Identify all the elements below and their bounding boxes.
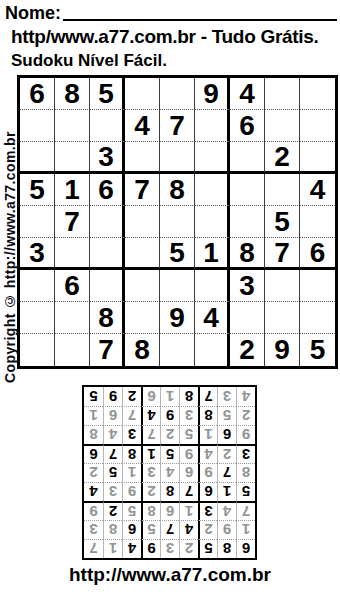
- solution-cell: 1: [141, 444, 160, 463]
- puzzle-cell: 4: [125, 110, 160, 142]
- puzzle-cell: 6: [90, 174, 125, 206]
- puzzle-cell: [125, 142, 160, 174]
- solution-cell: 8: [103, 520, 122, 539]
- solution-cell: 6: [217, 425, 236, 444]
- solution-cell: 7: [84, 539, 103, 558]
- solution-cell: 2: [198, 520, 217, 539]
- puzzle-cell: 3: [230, 270, 265, 302]
- puzzle-cell: [300, 270, 335, 302]
- puzzle-cell: 6: [300, 238, 335, 270]
- solution-cell: 9: [217, 520, 236, 539]
- solution-cell: 2: [236, 406, 255, 425]
- puzzle-cell: [265, 78, 300, 110]
- puzzle-cell: [265, 302, 300, 334]
- puzzle-cell: [300, 142, 335, 174]
- solution-cell: 5: [198, 539, 217, 558]
- puzzle-cell: [160, 270, 195, 302]
- puzzle-cell: 6: [20, 78, 55, 110]
- puzzle-cell: 4: [300, 174, 335, 206]
- solution-cell: 8: [217, 539, 236, 558]
- puzzle-cell: 7: [265, 238, 300, 270]
- solution-cell: 3: [103, 482, 122, 501]
- solution-cell: 6: [236, 539, 255, 558]
- puzzle-cell: 6: [230, 110, 265, 142]
- puzzle-cell: [160, 206, 195, 238]
- puzzle-cell: [300, 206, 335, 238]
- puzzle-level-title: Sudoku Nível Fácil.: [11, 51, 167, 71]
- puzzle-cell: [230, 206, 265, 238]
- solution-cell: 4: [141, 406, 160, 425]
- name-row: Nome:: [5, 3, 337, 23]
- solution-cell: 5: [122, 501, 141, 520]
- name-blank-line: [63, 5, 337, 21]
- solution-cell: 9: [141, 539, 160, 558]
- solution-cell: 9: [198, 463, 217, 482]
- solution-cell: 6: [122, 520, 141, 539]
- solution-cell: 7: [122, 406, 141, 425]
- solution-cell: 7: [141, 425, 160, 444]
- solution-cell: 6: [103, 406, 122, 425]
- solution-cell: 8: [179, 387, 198, 406]
- solution-cell: 4: [179, 520, 198, 539]
- puzzle-cell: [160, 334, 195, 366]
- solution-cell: 8: [236, 463, 255, 482]
- puzzle-cell: [55, 334, 90, 366]
- puzzle-cell: 8: [230, 238, 265, 270]
- solution-cell: 2: [122, 387, 141, 406]
- solution-cell: 8: [141, 501, 160, 520]
- site-header: http/www.a77.com.br - Tudo Grátis.: [11, 26, 319, 48]
- solution-cell: 2: [103, 501, 122, 520]
- solution-cell: 7: [179, 482, 198, 501]
- puzzle-cell: 8: [90, 302, 125, 334]
- puzzle-cell: [230, 302, 265, 334]
- puzzle-cell: 5: [265, 206, 300, 238]
- puzzle-cell: 1: [55, 174, 90, 206]
- puzzle-cell: 2: [265, 142, 300, 174]
- solution-cell: 8: [84, 425, 103, 444]
- puzzle-cell: [195, 142, 230, 174]
- puzzle-cell: 7: [125, 174, 160, 206]
- solution-cell: 6: [84, 444, 103, 463]
- puzzle-cell: 9: [195, 78, 230, 110]
- solution-cell: 4: [160, 463, 179, 482]
- solution-cell: 3: [236, 444, 255, 463]
- solution-cell: 1: [179, 501, 198, 520]
- puzzle-cell: [195, 270, 230, 302]
- solution-cell: 6: [179, 463, 198, 482]
- solution-cell: 3: [160, 539, 179, 558]
- solution-cell: 7: [103, 444, 122, 463]
- solution-cell: 9: [160, 406, 179, 425]
- solution-cell: 9: [84, 501, 103, 520]
- puzzle-cell: 7: [55, 206, 90, 238]
- solution-cell: 3: [198, 501, 217, 520]
- solution-cell: 7: [217, 463, 236, 482]
- solution-cell: 7: [198, 387, 217, 406]
- puzzle-cell: 8: [125, 334, 160, 366]
- puzzle-cell: 9: [160, 302, 195, 334]
- solution-cell: 4: [103, 425, 122, 444]
- solution-cell: 5: [103, 463, 122, 482]
- puzzle-cell: [160, 78, 195, 110]
- solution-cell: 5: [84, 387, 103, 406]
- solution-cell: 9: [236, 425, 255, 444]
- puzzle-cell: [90, 206, 125, 238]
- puzzle-cell: 6: [55, 270, 90, 302]
- puzzle-cell: [20, 302, 55, 334]
- worksheet-page: Nome: http/www.a77.com.br - Tudo Grátis.…: [0, 0, 340, 596]
- solution-cell: 6: [160, 501, 179, 520]
- puzzle-cell: [125, 270, 160, 302]
- puzzle-cell: [265, 270, 300, 302]
- solution-cell: 5: [236, 482, 255, 501]
- puzzle-cell: [195, 110, 230, 142]
- solution-cell: 8: [122, 444, 141, 463]
- puzzle-cell: [230, 142, 265, 174]
- puzzle-cell: [55, 238, 90, 270]
- solution-cell: 5: [179, 425, 198, 444]
- puzzle-cell: [20, 206, 55, 238]
- puzzle-cell: [230, 174, 265, 206]
- puzzle-cell: [300, 78, 335, 110]
- puzzle-cell: [195, 174, 230, 206]
- footer-url: http://www.a77.com.br: [0, 564, 340, 586]
- solution-cell: 1: [198, 425, 217, 444]
- solution-cell: 1: [160, 387, 179, 406]
- puzzle-cell: [125, 302, 160, 334]
- puzzle-cell: [90, 270, 125, 302]
- puzzle-cell: [195, 334, 230, 366]
- puzzle-cell: 4: [230, 78, 265, 110]
- solution-cell: 9: [103, 387, 122, 406]
- solution-cell: 8: [198, 406, 217, 425]
- puzzle-cell: [195, 206, 230, 238]
- solution-cell: 1: [103, 539, 122, 558]
- solution-cell: 4: [236, 387, 255, 406]
- puzzle-cell: [20, 142, 55, 174]
- puzzle-cell: 7: [160, 110, 195, 142]
- puzzle-cell: [90, 238, 125, 270]
- solution-cell: 3: [141, 463, 160, 482]
- solution-cell: 7: [160, 520, 179, 539]
- puzzle-cell: [265, 110, 300, 142]
- puzzle-cell: 7: [90, 334, 125, 366]
- solution-cell: 2: [179, 539, 198, 558]
- puzzle-cell: [125, 78, 160, 110]
- puzzle-cell: 1: [195, 238, 230, 270]
- main-sudoku-grid: 6859447632516784753518766389478295: [17, 75, 338, 369]
- solution-cell: 1: [84, 406, 103, 425]
- puzzle-cell: 5: [160, 238, 195, 270]
- puzzle-cell: [55, 142, 90, 174]
- puzzle-cell: [55, 302, 90, 334]
- solution-cell: 3: [84, 520, 103, 539]
- puzzle-cell: 5: [20, 174, 55, 206]
- solution-cell: 3: [217, 387, 236, 406]
- puzzle-cell: [160, 142, 195, 174]
- solution-cell: 2: [84, 463, 103, 482]
- name-label: Nome:: [5, 3, 61, 23]
- solution-cell: 5: [160, 444, 179, 463]
- solution-cell: 3: [179, 406, 198, 425]
- solution-cell: 6: [141, 387, 160, 406]
- puzzle-cell: [125, 206, 160, 238]
- puzzle-cell: [300, 110, 335, 142]
- puzzle-cell: 8: [55, 78, 90, 110]
- solution-cell: 4: [122, 539, 141, 558]
- solution-cell: 4: [198, 444, 217, 463]
- puzzle-cell: [20, 334, 55, 366]
- solution-cell: 1: [236, 520, 255, 539]
- puzzle-cell: [125, 238, 160, 270]
- solution-cell: 9: [179, 444, 198, 463]
- solution-cell: 4: [217, 501, 236, 520]
- solution-cell: 5: [141, 520, 160, 539]
- solution-cell: 1: [122, 463, 141, 482]
- solution-cell: 2: [217, 444, 236, 463]
- solution-cell: 2: [141, 482, 160, 501]
- puzzle-cell: 5: [90, 78, 125, 110]
- puzzle-cell: 5: [300, 334, 335, 366]
- solution-cell: 8: [160, 482, 179, 501]
- puzzle-cell: [90, 110, 125, 142]
- solution-grid-rotated: 6852394171924756837431685295167829348796…: [82, 385, 257, 560]
- solution-cell: 6: [198, 482, 217, 501]
- puzzle-cell: 3: [20, 238, 55, 270]
- puzzle-cell: [300, 302, 335, 334]
- solution-cell: 9: [122, 482, 141, 501]
- puzzle-cell: [20, 270, 55, 302]
- puzzle-cell: [265, 174, 300, 206]
- puzzle-cell: [55, 110, 90, 142]
- puzzle-cell: 2: [230, 334, 265, 366]
- solution-cell: 1: [217, 482, 236, 501]
- solution-cell: 3: [122, 425, 141, 444]
- puzzle-cell: 4: [195, 302, 230, 334]
- solution-cell: 7: [236, 501, 255, 520]
- puzzle-cell: 9: [265, 334, 300, 366]
- solution-cell: 2: [160, 425, 179, 444]
- puzzle-cell: [20, 110, 55, 142]
- solution-cell: 4: [84, 482, 103, 501]
- solution-cell: 5: [217, 406, 236, 425]
- puzzle-cell: 8: [160, 174, 195, 206]
- puzzle-cell: 3: [90, 142, 125, 174]
